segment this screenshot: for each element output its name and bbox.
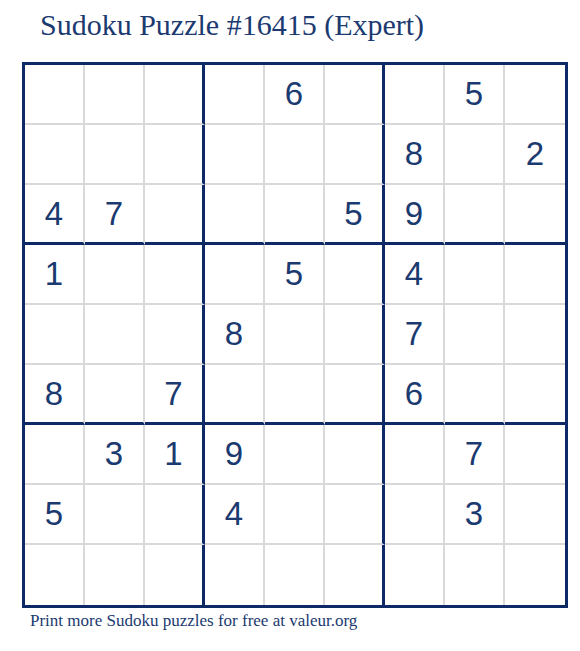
cell-r6c2[interactable] bbox=[85, 365, 145, 425]
cell-r9c4[interactable] bbox=[205, 545, 265, 605]
cell-r7c3[interactable]: 1 bbox=[145, 425, 205, 485]
cell-r8c1[interactable]: 5 bbox=[25, 485, 85, 545]
cell-r9c7[interactable] bbox=[385, 545, 445, 605]
cell-r2c4[interactable] bbox=[205, 125, 265, 185]
cell-r5c5[interactable] bbox=[265, 305, 325, 365]
cell-r8c9[interactable] bbox=[505, 485, 565, 545]
cell-r7c8[interactable]: 7 bbox=[445, 425, 505, 485]
cell-r2c3[interactable] bbox=[145, 125, 205, 185]
cell-r1c3[interactable] bbox=[145, 65, 205, 125]
cell-r7c1[interactable] bbox=[25, 425, 85, 485]
cell-r9c9[interactable] bbox=[505, 545, 565, 605]
cell-r1c2[interactable] bbox=[85, 65, 145, 125]
cell-r5c8[interactable] bbox=[445, 305, 505, 365]
cell-r7c9[interactable] bbox=[505, 425, 565, 485]
cell-r8c6[interactable] bbox=[325, 485, 385, 545]
cell-r8c2[interactable] bbox=[85, 485, 145, 545]
cell-r2c8[interactable] bbox=[445, 125, 505, 185]
cell-r4c4[interactable] bbox=[205, 245, 265, 305]
sudoku-board: 65824759154878763197543 bbox=[22, 62, 568, 608]
cell-r9c8[interactable] bbox=[445, 545, 505, 605]
cell-r2c5[interactable] bbox=[265, 125, 325, 185]
cell-r4c2[interactable] bbox=[85, 245, 145, 305]
cell-r7c4[interactable]: 9 bbox=[205, 425, 265, 485]
cell-r5c9[interactable] bbox=[505, 305, 565, 365]
cell-r1c4[interactable] bbox=[205, 65, 265, 125]
cell-r1c5[interactable]: 6 bbox=[265, 65, 325, 125]
cell-r9c1[interactable] bbox=[25, 545, 85, 605]
cell-r4c5[interactable]: 5 bbox=[265, 245, 325, 305]
cell-r6c3[interactable]: 7 bbox=[145, 365, 205, 425]
cell-r5c6[interactable] bbox=[325, 305, 385, 365]
cell-r1c9[interactable] bbox=[505, 65, 565, 125]
cell-r8c3[interactable] bbox=[145, 485, 205, 545]
footer-text: Print more Sudoku puzzles for free at va… bbox=[30, 611, 357, 631]
cell-r8c7[interactable] bbox=[385, 485, 445, 545]
cell-r2c7[interactable]: 8 bbox=[385, 125, 445, 185]
cell-r6c7[interactable]: 6 bbox=[385, 365, 445, 425]
cell-r4c9[interactable] bbox=[505, 245, 565, 305]
cell-r9c5[interactable] bbox=[265, 545, 325, 605]
cell-r3c1[interactable]: 4 bbox=[25, 185, 85, 245]
cell-r8c8[interactable]: 3 bbox=[445, 485, 505, 545]
cell-r3c2[interactable]: 7 bbox=[85, 185, 145, 245]
cell-r6c9[interactable] bbox=[505, 365, 565, 425]
cell-r7c5[interactable] bbox=[265, 425, 325, 485]
cell-r4c1[interactable]: 1 bbox=[25, 245, 85, 305]
cell-r7c6[interactable] bbox=[325, 425, 385, 485]
cell-r4c7[interactable]: 4 bbox=[385, 245, 445, 305]
cell-r2c2[interactable] bbox=[85, 125, 145, 185]
cell-r5c2[interactable] bbox=[85, 305, 145, 365]
cell-r3c8[interactable] bbox=[445, 185, 505, 245]
cell-r7c2[interactable]: 3 bbox=[85, 425, 145, 485]
cell-r1c6[interactable] bbox=[325, 65, 385, 125]
cell-r4c6[interactable] bbox=[325, 245, 385, 305]
cell-r2c9[interactable]: 2 bbox=[505, 125, 565, 185]
cell-r3c4[interactable] bbox=[205, 185, 265, 245]
cell-r8c5[interactable] bbox=[265, 485, 325, 545]
cell-r9c3[interactable] bbox=[145, 545, 205, 605]
cell-r6c4[interactable] bbox=[205, 365, 265, 425]
cell-r2c6[interactable] bbox=[325, 125, 385, 185]
cell-r7c7[interactable] bbox=[385, 425, 445, 485]
cell-r3c9[interactable] bbox=[505, 185, 565, 245]
cell-r1c8[interactable]: 5 bbox=[445, 65, 505, 125]
cell-r2c1[interactable] bbox=[25, 125, 85, 185]
cell-r5c3[interactable] bbox=[145, 305, 205, 365]
cell-r6c5[interactable] bbox=[265, 365, 325, 425]
cell-r4c8[interactable] bbox=[445, 245, 505, 305]
cell-r6c8[interactable] bbox=[445, 365, 505, 425]
cell-r3c7[interactable]: 9 bbox=[385, 185, 445, 245]
cell-r3c5[interactable] bbox=[265, 185, 325, 245]
cell-r9c2[interactable] bbox=[85, 545, 145, 605]
cell-r3c6[interactable]: 5 bbox=[325, 185, 385, 245]
cell-r5c4[interactable]: 8 bbox=[205, 305, 265, 365]
cell-r6c6[interactable] bbox=[325, 365, 385, 425]
page-title: Sudoku Puzzle #16415 (Expert) bbox=[40, 8, 424, 42]
cell-r9c6[interactable] bbox=[325, 545, 385, 605]
cell-r5c7[interactable]: 7 bbox=[385, 305, 445, 365]
cell-r8c4[interactable]: 4 bbox=[205, 485, 265, 545]
page: Sudoku Puzzle #16415 (Expert) 6582475915… bbox=[0, 0, 580, 651]
cell-r1c7[interactable] bbox=[385, 65, 445, 125]
cell-r4c3[interactable] bbox=[145, 245, 205, 305]
cell-r3c3[interactable] bbox=[145, 185, 205, 245]
cell-r1c1[interactable] bbox=[25, 65, 85, 125]
cell-r5c1[interactable] bbox=[25, 305, 85, 365]
cell-r6c1[interactable]: 8 bbox=[25, 365, 85, 425]
